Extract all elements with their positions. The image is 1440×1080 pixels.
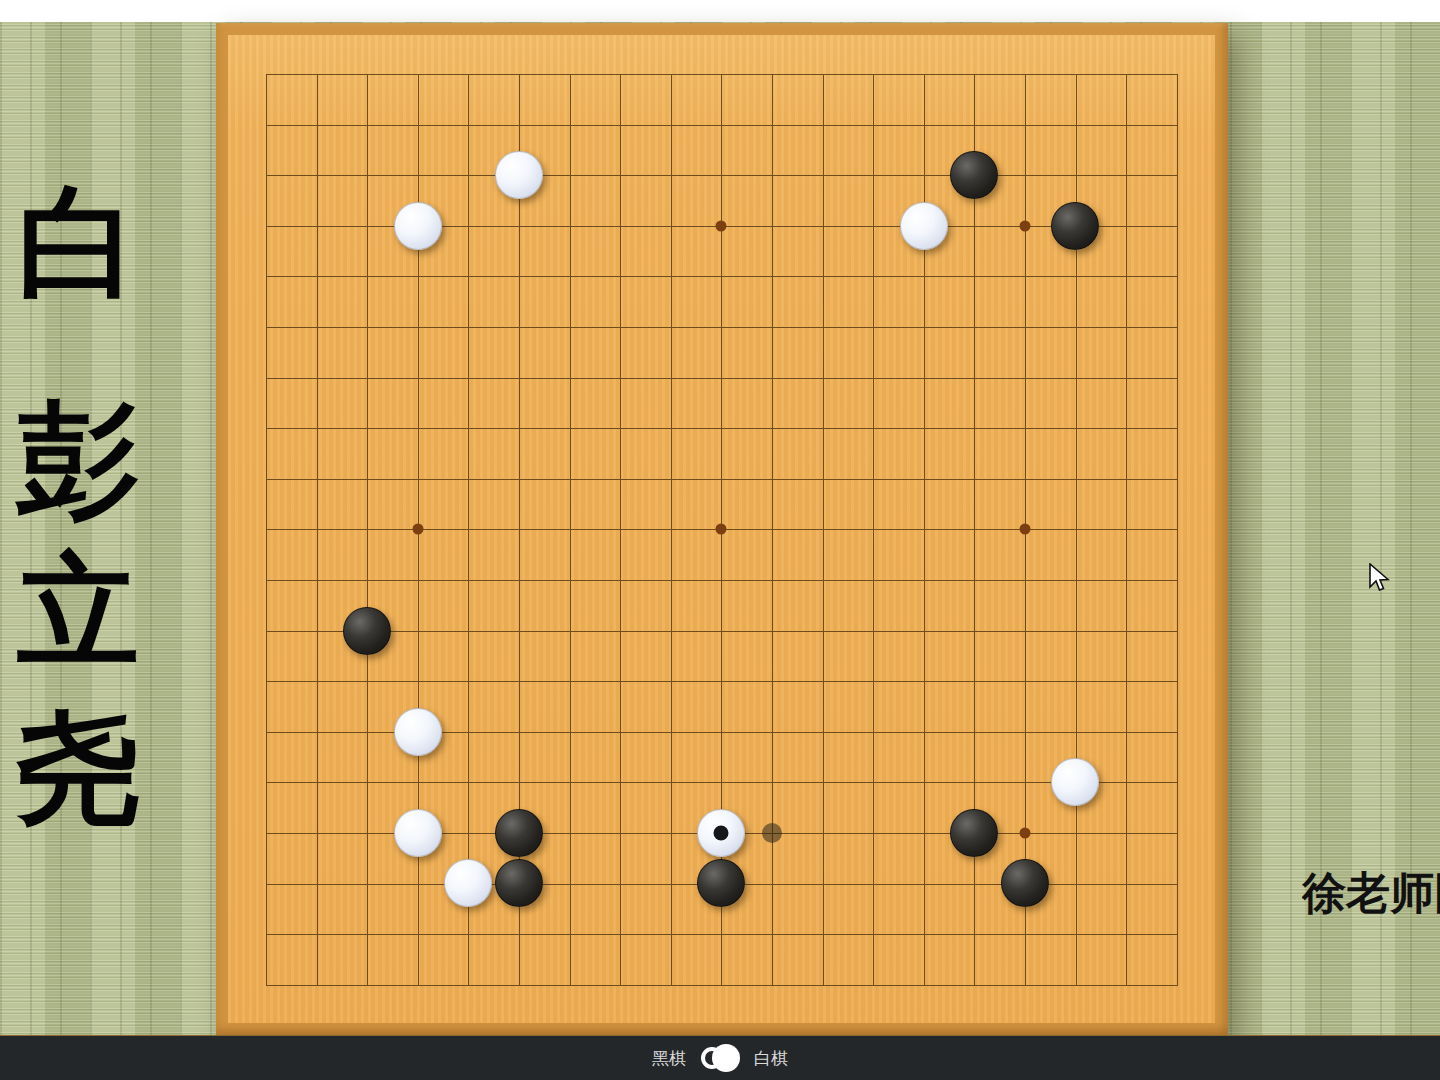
black-stone bbox=[343, 607, 391, 655]
toggle-knob[interactable] bbox=[712, 1044, 740, 1072]
go-board bbox=[216, 23, 1228, 1036]
black-stone bbox=[495, 809, 543, 857]
title-char-white: 白 bbox=[10, 182, 146, 304]
black-stone bbox=[1051, 202, 1099, 250]
black-stone bbox=[950, 151, 998, 199]
ghost-stone-preview bbox=[762, 823, 782, 843]
last-move-marker bbox=[714, 825, 729, 840]
watermark-partial-char: 围 bbox=[1434, 868, 1440, 917]
top-white-strip bbox=[0, 0, 1440, 22]
black-stone bbox=[495, 859, 543, 907]
watermark-text: 徐老师 bbox=[1302, 868, 1434, 917]
white-stone bbox=[394, 202, 442, 250]
white-stone bbox=[900, 202, 948, 250]
white-stone-last-move bbox=[697, 809, 745, 857]
title-char-given1: 立 bbox=[10, 550, 146, 672]
mouse-cursor-icon bbox=[1368, 563, 1390, 593]
board-grid[interactable] bbox=[241, 49, 1202, 1010]
stone-color-toggle[interactable] bbox=[701, 1044, 739, 1072]
white-stone bbox=[495, 151, 543, 199]
black-stone bbox=[1001, 859, 1049, 907]
white-stone bbox=[394, 708, 442, 756]
title-char-surname: 彭 bbox=[10, 398, 146, 520]
app-window: 白 彭 立 尧 徐老师围 黑棋 白棋 bbox=[0, 0, 1440, 1080]
bottom-toolbar: 黑棋 白棋 bbox=[0, 1035, 1440, 1080]
black-stone bbox=[697, 859, 745, 907]
white-stone bbox=[394, 809, 442, 857]
watermark: 徐老师围 bbox=[1302, 864, 1440, 923]
black-stone bbox=[950, 809, 998, 857]
white-stone bbox=[444, 859, 492, 907]
black-stones-label: 黑棋 bbox=[652, 1047, 686, 1070]
title-char-given2: 尧 bbox=[10, 708, 146, 830]
white-stone bbox=[1051, 758, 1099, 806]
white-stones-label: 白棋 bbox=[754, 1047, 788, 1070]
